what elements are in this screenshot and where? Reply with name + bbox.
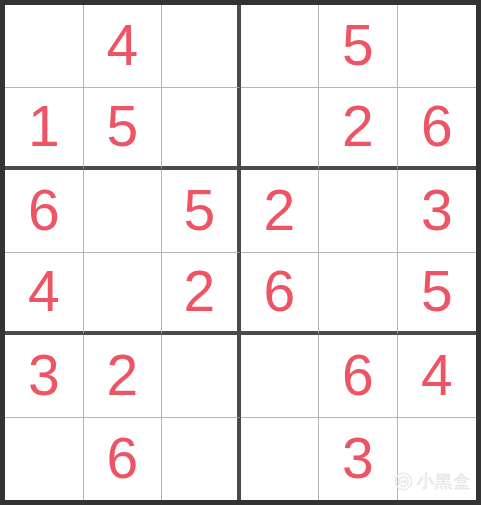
cell-r4c6[interactable]: 5 <box>398 253 477 336</box>
cell-r5c6[interactable]: 4 <box>398 335 477 418</box>
cell-r2c2[interactable]: 5 <box>84 88 163 171</box>
cell-r5c5[interactable]: 6 <box>319 335 398 418</box>
cell-r1c2[interactable]: 4 <box>84 5 163 88</box>
cell-r1c6[interactable] <box>398 5 477 88</box>
cell-r1c5[interactable]: 5 <box>319 5 398 88</box>
cell-r2c1[interactable]: 1 <box>5 88 84 171</box>
cell-r5c4[interactable] <box>241 335 320 418</box>
cell-r5c3[interactable] <box>162 335 241 418</box>
cell-r2c6[interactable]: 6 <box>398 88 477 171</box>
cell-r4c2[interactable] <box>84 253 163 336</box>
cell-r2c3[interactable] <box>162 88 241 171</box>
cell-r3c4[interactable]: 2 <box>241 170 320 253</box>
cell-r4c5[interactable] <box>319 253 398 336</box>
cell-r5c2[interactable]: 2 <box>84 335 163 418</box>
cell-r3c3[interactable]: 5 <box>162 170 241 253</box>
cell-r3c5[interactable] <box>319 170 398 253</box>
cell-r1c3[interactable] <box>162 5 241 88</box>
cell-r1c1[interactable] <box>5 5 84 88</box>
cell-r6c4[interactable] <box>241 418 320 501</box>
cell-r3c6[interactable]: 3 <box>398 170 477 253</box>
cell-r5c1[interactable]: 3 <box>5 335 84 418</box>
cell-r2c5[interactable]: 2 <box>319 88 398 171</box>
cell-r6c2[interactable]: 6 <box>84 418 163 501</box>
cell-r2c4[interactable] <box>241 88 320 171</box>
cell-r1c4[interactable] <box>241 5 320 88</box>
cell-r6c6[interactable] <box>398 418 477 501</box>
cell-r3c1[interactable]: 6 <box>5 170 84 253</box>
cell-r6c1[interactable] <box>5 418 84 501</box>
cell-r3c2[interactable] <box>84 170 163 253</box>
cell-r4c3[interactable]: 2 <box>162 253 241 336</box>
sudoku-board: 45152665234265326463 小黑盒 <box>0 0 481 505</box>
cell-r4c1[interactable]: 4 <box>5 253 84 336</box>
cell-r6c3[interactable] <box>162 418 241 501</box>
cell-r6c5[interactable]: 3 <box>319 418 398 501</box>
cell-r4c4[interactable]: 6 <box>241 253 320 336</box>
